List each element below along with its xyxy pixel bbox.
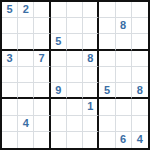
sudoku-board: 52853789581464 xyxy=(0,0,150,150)
cell-r6c5[interactable] xyxy=(67,83,83,99)
cell-r7c9[interactable] xyxy=(132,99,148,115)
cell-r9c1[interactable] xyxy=(2,132,18,148)
cell-r1c1-given[interactable]: 5 xyxy=(2,2,18,18)
cell-r4c5[interactable] xyxy=(67,51,83,67)
cell-r2c6[interactable] xyxy=(83,18,99,34)
cell-r5c4[interactable] xyxy=(51,67,67,83)
cell-r4c4[interactable] xyxy=(51,51,67,67)
cell-r7c2[interactable] xyxy=(18,99,34,115)
cell-r6c1[interactable] xyxy=(2,83,18,99)
cell-r3c5[interactable] xyxy=(67,34,83,50)
cell-r5c1[interactable] xyxy=(2,67,18,83)
cell-r7c1[interactable] xyxy=(2,99,18,115)
cell-r6c9-given[interactable]: 8 xyxy=(132,83,148,99)
cell-r5c2[interactable] xyxy=(18,67,34,83)
cell-r2c8-given[interactable]: 8 xyxy=(116,18,132,34)
cell-r5c7[interactable] xyxy=(99,67,115,83)
cell-r2c3[interactable] xyxy=(34,18,50,34)
cell-r9c7[interactable] xyxy=(99,132,115,148)
cell-r3c1[interactable] xyxy=(2,34,18,50)
cell-r6c3[interactable] xyxy=(34,83,50,99)
cell-r3c9[interactable] xyxy=(132,34,148,50)
cell-r2c9[interactable] xyxy=(132,18,148,34)
cell-r1c2-given[interactable]: 2 xyxy=(18,2,34,18)
cell-r8c8[interactable] xyxy=(116,116,132,132)
cell-r3c4-given[interactable]: 5 xyxy=(51,34,67,50)
cell-r1c5[interactable] xyxy=(67,2,83,18)
cell-r6c8[interactable] xyxy=(116,83,132,99)
cell-r8c6[interactable] xyxy=(83,116,99,132)
cell-r2c2[interactable] xyxy=(18,18,34,34)
cell-r1c9[interactable] xyxy=(132,2,148,18)
cell-r5c3[interactable] xyxy=(34,67,50,83)
cell-r3c3[interactable] xyxy=(34,34,50,50)
cell-r2c1[interactable] xyxy=(2,18,18,34)
cell-r1c8[interactable] xyxy=(116,2,132,18)
cell-r4c9[interactable] xyxy=(132,51,148,67)
cell-r8c1[interactable] xyxy=(2,116,18,132)
cell-r9c5[interactable] xyxy=(67,132,83,148)
cell-r8c7[interactable] xyxy=(99,116,115,132)
cell-r9c4[interactable] xyxy=(51,132,67,148)
cell-r2c7[interactable] xyxy=(99,18,115,34)
cell-r8c9[interactable] xyxy=(132,116,148,132)
cell-r6c4-given[interactable]: 9 xyxy=(51,83,67,99)
cell-r5c9[interactable] xyxy=(132,67,148,83)
cell-r4c8[interactable] xyxy=(116,51,132,67)
cell-r8c2-given[interactable]: 4 xyxy=(18,116,34,132)
cell-r1c3[interactable] xyxy=(34,2,50,18)
cell-r4c3-given[interactable]: 7 xyxy=(34,51,50,67)
cell-r7c7[interactable] xyxy=(99,99,115,115)
cell-r4c2[interactable] xyxy=(18,51,34,67)
cell-r8c5[interactable] xyxy=(67,116,83,132)
cell-r7c4[interactable] xyxy=(51,99,67,115)
cell-r5c6[interactable] xyxy=(83,67,99,83)
cell-r9c8-given[interactable]: 6 xyxy=(116,132,132,148)
cell-r3c7[interactable] xyxy=(99,34,115,50)
cell-r6c7-given[interactable]: 5 xyxy=(99,83,115,99)
cell-r1c6[interactable] xyxy=(83,2,99,18)
cell-r6c6[interactable] xyxy=(83,83,99,99)
cell-r4c1-given[interactable]: 3 xyxy=(2,51,18,67)
cell-r9c9-given[interactable]: 4 xyxy=(132,132,148,148)
cell-r3c2[interactable] xyxy=(18,34,34,50)
cell-r2c4[interactable] xyxy=(51,18,67,34)
cell-r4c7[interactable] xyxy=(99,51,115,67)
cell-r9c6[interactable] xyxy=(83,132,99,148)
cell-r1c7[interactable] xyxy=(99,2,115,18)
cell-r3c8[interactable] xyxy=(116,34,132,50)
cell-r8c3[interactable] xyxy=(34,116,50,132)
cell-r2c5[interactable] xyxy=(67,18,83,34)
cell-r5c8[interactable] xyxy=(116,67,132,83)
cell-r3c6[interactable] xyxy=(83,34,99,50)
cell-r9c2[interactable] xyxy=(18,132,34,148)
cell-r7c8[interactable] xyxy=(116,99,132,115)
cell-r7c3[interactable] xyxy=(34,99,50,115)
cell-r4c6-given[interactable]: 8 xyxy=(83,51,99,67)
cell-r7c6-given[interactable]: 1 xyxy=(83,99,99,115)
cell-r5c5[interactable] xyxy=(67,67,83,83)
cell-r1c4[interactable] xyxy=(51,2,67,18)
cell-r8c4[interactable] xyxy=(51,116,67,132)
cell-r7c5[interactable] xyxy=(67,99,83,115)
cell-r6c2[interactable] xyxy=(18,83,34,99)
cell-r9c3[interactable] xyxy=(34,132,50,148)
